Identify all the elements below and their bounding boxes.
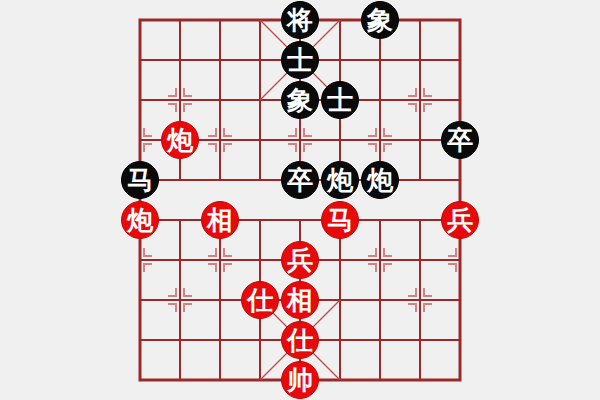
point-marker: [408, 288, 416, 296]
point-marker: [224, 128, 232, 136]
point-marker: [384, 128, 392, 136]
point-marker: [208, 144, 216, 152]
piece-red-elephant[interactable]: 相: [201, 201, 239, 239]
point-marker: [448, 248, 456, 256]
point-marker: [208, 248, 216, 256]
point-marker: [424, 104, 432, 112]
point-marker: [144, 248, 152, 256]
piece-red-advisor[interactable]: 仕: [281, 321, 319, 359]
point-marker: [424, 88, 432, 96]
point-marker: [144, 144, 152, 152]
point-marker: [384, 264, 392, 272]
piece-red-pawn[interactable]: 兵: [441, 201, 479, 239]
piece-black-horse[interactable]: 马: [121, 161, 159, 199]
point-marker: [448, 264, 456, 272]
point-marker: [184, 304, 192, 312]
point-marker: [144, 128, 152, 136]
piece-red-pawn[interactable]: 兵: [281, 241, 319, 279]
point-marker: [368, 264, 376, 272]
point-marker: [168, 304, 176, 312]
piece-black-pawn[interactable]: 卒: [441, 121, 479, 159]
point-marker: [288, 144, 296, 152]
piece-black-cannon[interactable]: 炮: [321, 161, 359, 199]
piece-black-general[interactable]: 将: [281, 1, 319, 39]
point-marker: [224, 248, 232, 256]
point-marker: [408, 88, 416, 96]
point-marker: [224, 264, 232, 272]
point-marker: [408, 104, 416, 112]
point-marker: [224, 144, 232, 152]
piece-black-cannon[interactable]: 炮: [361, 161, 399, 199]
point-marker: [168, 288, 176, 296]
piece-black-elephant[interactable]: 象: [361, 1, 399, 39]
point-marker: [384, 144, 392, 152]
piece-red-general[interactable]: 帅: [281, 361, 319, 399]
point-marker: [144, 264, 152, 272]
point-marker: [208, 264, 216, 272]
point-marker: [424, 304, 432, 312]
point-marker: [184, 104, 192, 112]
piece-red-horse[interactable]: 马: [321, 201, 359, 239]
point-marker: [168, 88, 176, 96]
piece-red-cannon[interactable]: 炮: [121, 201, 159, 239]
point-marker: [184, 88, 192, 96]
piece-black-pawn[interactable]: 卒: [281, 161, 319, 199]
point-marker: [304, 128, 312, 136]
point-marker: [424, 288, 432, 296]
point-marker: [408, 304, 416, 312]
piece-black-elephant[interactable]: 象: [281, 81, 319, 119]
point-marker: [368, 144, 376, 152]
point-marker: [288, 128, 296, 136]
point-marker: [384, 248, 392, 256]
piece-black-advisor[interactable]: 士: [281, 41, 319, 79]
xiangqi-app: 将象士象士卒马卒炮炮炮炮相马兵兵仕相仕帅: [0, 0, 600, 400]
point-marker: [184, 288, 192, 296]
point-marker: [368, 248, 376, 256]
piece-black-advisor[interactable]: 士: [321, 81, 359, 119]
piece-red-elephant[interactable]: 相: [281, 281, 319, 319]
point-marker: [368, 128, 376, 136]
piece-red-advisor[interactable]: 仕: [241, 281, 279, 319]
piece-red-cannon[interactable]: 炮: [161, 121, 199, 159]
point-marker: [208, 128, 216, 136]
point-marker: [168, 104, 176, 112]
point-marker: [304, 144, 312, 152]
